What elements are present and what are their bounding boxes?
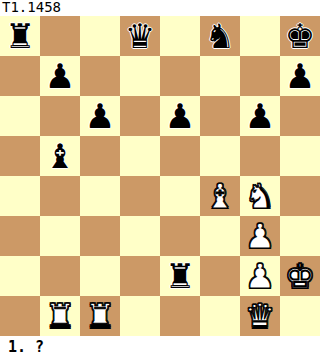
square-g3[interactable]: ♟	[240, 216, 280, 256]
black-pawn-h7[interactable]: ♟	[280, 56, 320, 96]
square-b8[interactable]	[40, 16, 80, 56]
square-a6[interactable]	[0, 96, 40, 136]
square-f4[interactable]: ♝	[200, 176, 240, 216]
white-bishop-f4[interactable]: ♝	[200, 176, 240, 216]
white-rook-b1[interactable]: ♜	[40, 296, 80, 336]
black-knight-f8[interactable]: ♞	[200, 16, 240, 56]
black-pawn-b7[interactable]: ♟	[40, 56, 80, 96]
puzzle-page: T1.1458 ♜♛♞♚♟♟♟♟♟♝♝♞♟♜♟♚♜♜♛ 1. ?	[0, 0, 320, 360]
black-rook-a8[interactable]: ♜	[0, 16, 40, 56]
square-e7[interactable]	[160, 56, 200, 96]
square-c4[interactable]	[80, 176, 120, 216]
square-h4[interactable]	[280, 176, 320, 216]
square-f1[interactable]	[200, 296, 240, 336]
black-pawn-g6[interactable]: ♟	[240, 96, 280, 136]
square-e8[interactable]	[160, 16, 200, 56]
square-a1[interactable]	[0, 296, 40, 336]
square-d2[interactable]	[120, 256, 160, 296]
square-e4[interactable]	[160, 176, 200, 216]
square-b1[interactable]: ♜	[40, 296, 80, 336]
square-g2[interactable]: ♟	[240, 256, 280, 296]
square-c7[interactable]	[80, 56, 120, 96]
black-pawn-e6[interactable]: ♟	[160, 96, 200, 136]
white-knight-g4[interactable]: ♞	[240, 176, 280, 216]
square-d3[interactable]	[120, 216, 160, 256]
square-h2[interactable]: ♚	[280, 256, 320, 296]
square-h5[interactable]	[280, 136, 320, 176]
square-g6[interactable]: ♟	[240, 96, 280, 136]
square-b5[interactable]: ♝	[40, 136, 80, 176]
square-f6[interactable]	[200, 96, 240, 136]
square-h1[interactable]	[280, 296, 320, 336]
puzzle-id-label: T1.1458	[0, 0, 320, 16]
square-a7[interactable]	[0, 56, 40, 96]
square-a5[interactable]	[0, 136, 40, 176]
square-f8[interactable]: ♞	[200, 16, 240, 56]
square-g5[interactable]	[240, 136, 280, 176]
square-d4[interactable]	[120, 176, 160, 216]
square-b2[interactable]	[40, 256, 80, 296]
black-queen-d8[interactable]: ♛	[120, 16, 160, 56]
square-h6[interactable]	[280, 96, 320, 136]
square-d6[interactable]	[120, 96, 160, 136]
square-h7[interactable]: ♟	[280, 56, 320, 96]
white-pawn-g3[interactable]: ♟	[240, 216, 280, 256]
square-b3[interactable]	[40, 216, 80, 256]
square-a3[interactable]	[0, 216, 40, 256]
square-c6[interactable]: ♟	[80, 96, 120, 136]
square-b4[interactable]	[40, 176, 80, 216]
square-e1[interactable]	[160, 296, 200, 336]
square-f7[interactable]	[200, 56, 240, 96]
square-d5[interactable]	[120, 136, 160, 176]
square-a2[interactable]	[0, 256, 40, 296]
square-c3[interactable]	[80, 216, 120, 256]
square-d7[interactable]	[120, 56, 160, 96]
white-rook-c1[interactable]: ♜	[80, 296, 120, 336]
black-bishop-b5[interactable]: ♝	[40, 136, 80, 176]
white-queen-g1[interactable]: ♛	[240, 296, 280, 336]
square-f5[interactable]	[200, 136, 240, 176]
square-b6[interactable]	[40, 96, 80, 136]
move-prompt-label: 1. ?	[0, 336, 320, 360]
square-c2[interactable]	[80, 256, 120, 296]
black-king-h8[interactable]: ♚	[280, 16, 320, 56]
square-a8[interactable]: ♜	[0, 16, 40, 56]
square-d8[interactable]: ♛	[120, 16, 160, 56]
white-pawn-g2[interactable]: ♟	[240, 256, 280, 296]
square-g7[interactable]	[240, 56, 280, 96]
square-b7[interactable]: ♟	[40, 56, 80, 96]
square-e3[interactable]	[160, 216, 200, 256]
square-c8[interactable]	[80, 16, 120, 56]
square-c5[interactable]	[80, 136, 120, 176]
square-f2[interactable]	[200, 256, 240, 296]
white-king-h2[interactable]: ♚	[280, 256, 320, 296]
square-e2[interactable]: ♜	[160, 256, 200, 296]
square-g1[interactable]: ♛	[240, 296, 280, 336]
square-f3[interactable]	[200, 216, 240, 256]
square-a4[interactable]	[0, 176, 40, 216]
square-d1[interactable]	[120, 296, 160, 336]
chess-board: ♜♛♞♚♟♟♟♟♟♝♝♞♟♜♟♚♜♜♛	[0, 16, 320, 336]
square-c1[interactable]: ♜	[80, 296, 120, 336]
square-h3[interactable]	[280, 216, 320, 256]
black-pawn-c6[interactable]: ♟	[80, 96, 120, 136]
square-e5[interactable]	[160, 136, 200, 176]
square-e6[interactable]: ♟	[160, 96, 200, 136]
square-g8[interactable]	[240, 16, 280, 56]
square-h8[interactable]: ♚	[280, 16, 320, 56]
black-rook-e2[interactable]: ♜	[160, 256, 200, 296]
square-g4[interactable]: ♞	[240, 176, 280, 216]
